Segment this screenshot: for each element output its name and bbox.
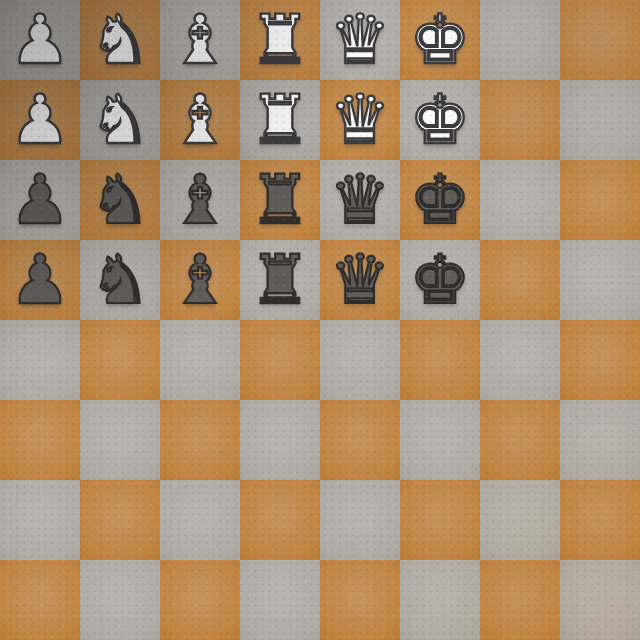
square-d4[interactable] [240, 320, 320, 400]
square-b8[interactable]: ♞ [80, 0, 160, 80]
square-a5[interactable]: ♟ [0, 240, 80, 320]
square-e7[interactable]: ♛ [320, 80, 400, 160]
square-a8[interactable]: ♟ [0, 0, 80, 80]
piece-black-pawn[interactable]: ♟ [10, 240, 71, 320]
square-h5[interactable] [560, 240, 640, 320]
square-g3[interactable] [480, 400, 560, 480]
square-h2[interactable] [560, 480, 640, 560]
square-a4[interactable] [0, 320, 80, 400]
chess-board: ♟♞♝♜♛♚♟♞♝♜♛♚♟♞♝♜♛♚♟♞♝♜♛♚ [0, 0, 640, 640]
piece-black-rook[interactable]: ♜ [250, 160, 311, 240]
piece-white-pawn[interactable]: ♟ [10, 80, 71, 160]
square-g4[interactable] [480, 320, 560, 400]
square-d3[interactable] [240, 400, 320, 480]
square-e4[interactable] [320, 320, 400, 400]
piece-white-bishop[interactable]: ♝ [170, 80, 231, 160]
square-c4[interactable] [160, 320, 240, 400]
piece-white-queen[interactable]: ♛ [330, 80, 391, 160]
square-d1[interactable] [240, 560, 320, 640]
square-f1[interactable] [400, 560, 480, 640]
square-d8[interactable]: ♜ [240, 0, 320, 80]
square-d2[interactable] [240, 480, 320, 560]
square-c7[interactable]: ♝ [160, 80, 240, 160]
square-b5[interactable]: ♞ [80, 240, 160, 320]
piece-white-bishop[interactable]: ♝ [170, 0, 231, 80]
square-f4[interactable] [400, 320, 480, 400]
square-d7[interactable]: ♜ [240, 80, 320, 160]
square-f5[interactable]: ♚ [400, 240, 480, 320]
square-a6[interactable]: ♟ [0, 160, 80, 240]
square-g2[interactable] [480, 480, 560, 560]
square-b2[interactable] [80, 480, 160, 560]
square-e2[interactable] [320, 480, 400, 560]
piece-white-king[interactable]: ♚ [410, 80, 471, 160]
piece-white-rook[interactable]: ♜ [250, 80, 311, 160]
square-f7[interactable]: ♚ [400, 80, 480, 160]
piece-white-knight[interactable]: ♞ [90, 80, 151, 160]
square-c6[interactable]: ♝ [160, 160, 240, 240]
square-b4[interactable] [80, 320, 160, 400]
square-f3[interactable] [400, 400, 480, 480]
piece-black-bishop[interactable]: ♝ [170, 160, 231, 240]
square-b6[interactable]: ♞ [80, 160, 160, 240]
piece-black-queen[interactable]: ♛ [330, 240, 391, 320]
square-a7[interactable]: ♟ [0, 80, 80, 160]
square-e3[interactable] [320, 400, 400, 480]
square-h6[interactable] [560, 160, 640, 240]
square-f6[interactable]: ♚ [400, 160, 480, 240]
piece-black-king[interactable]: ♚ [410, 240, 471, 320]
square-c2[interactable] [160, 480, 240, 560]
piece-white-knight[interactable]: ♞ [90, 0, 151, 80]
square-f2[interactable] [400, 480, 480, 560]
square-a2[interactable] [0, 480, 80, 560]
piece-black-bishop[interactable]: ♝ [170, 240, 231, 320]
square-b3[interactable] [80, 400, 160, 480]
square-g8[interactable] [480, 0, 560, 80]
square-e8[interactable]: ♛ [320, 0, 400, 80]
square-h1[interactable] [560, 560, 640, 640]
square-d5[interactable]: ♜ [240, 240, 320, 320]
square-b1[interactable] [80, 560, 160, 640]
piece-white-king[interactable]: ♚ [410, 0, 471, 80]
piece-black-queen[interactable]: ♛ [330, 160, 391, 240]
piece-black-rook[interactable]: ♜ [250, 240, 311, 320]
piece-white-pawn[interactable]: ♟ [10, 0, 71, 80]
piece-black-pawn[interactable]: ♟ [10, 160, 71, 240]
square-h3[interactable] [560, 400, 640, 480]
piece-white-rook[interactable]: ♜ [250, 0, 311, 80]
square-h8[interactable] [560, 0, 640, 80]
square-e6[interactable]: ♛ [320, 160, 400, 240]
square-c8[interactable]: ♝ [160, 0, 240, 80]
square-e5[interactable]: ♛ [320, 240, 400, 320]
square-h4[interactable] [560, 320, 640, 400]
piece-white-queen[interactable]: ♛ [330, 0, 391, 80]
square-b7[interactable]: ♞ [80, 80, 160, 160]
square-g5[interactable] [480, 240, 560, 320]
square-c5[interactable]: ♝ [160, 240, 240, 320]
square-a3[interactable] [0, 400, 80, 480]
square-f8[interactable]: ♚ [400, 0, 480, 80]
square-d6[interactable]: ♜ [240, 160, 320, 240]
square-c3[interactable] [160, 400, 240, 480]
square-g6[interactable] [480, 160, 560, 240]
piece-black-knight[interactable]: ♞ [90, 160, 151, 240]
square-c1[interactable] [160, 560, 240, 640]
square-h7[interactable] [560, 80, 640, 160]
square-g1[interactable] [480, 560, 560, 640]
square-g7[interactable] [480, 80, 560, 160]
square-e1[interactable] [320, 560, 400, 640]
piece-black-knight[interactable]: ♞ [90, 240, 151, 320]
square-a1[interactable] [0, 560, 80, 640]
piece-black-king[interactable]: ♚ [410, 160, 471, 240]
